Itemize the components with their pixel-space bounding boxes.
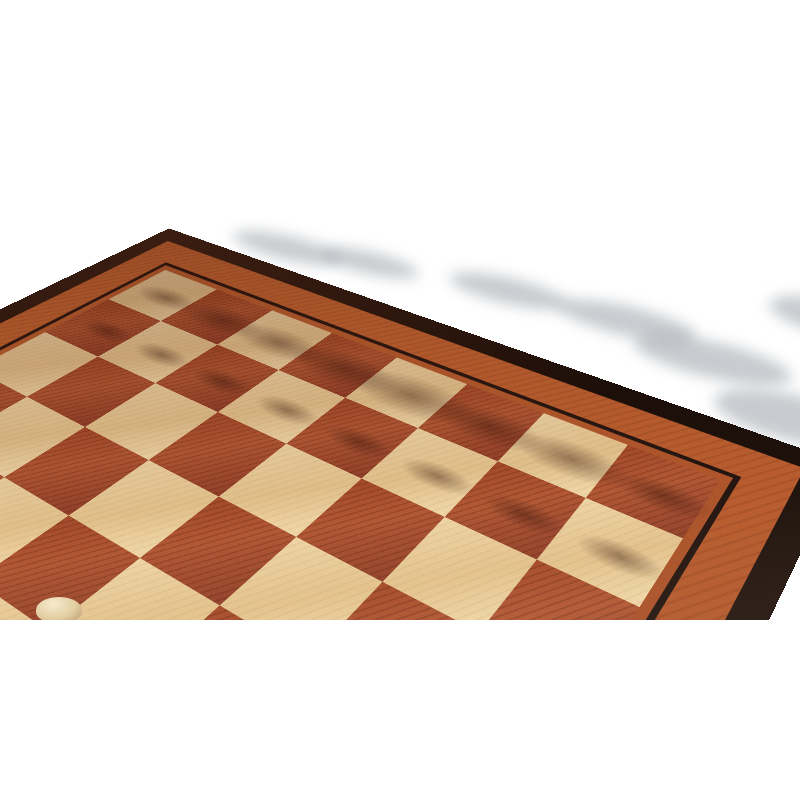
pawn-glyph: ♟ — [527, 380, 695, 568]
product-photo-scene: ♜♞♝♛♚♝♞♜♟♟♟♟♟♟♟♟ — [0, 0, 800, 800]
cast-shadow — [766, 287, 800, 347]
photo-crop-white-band — [0, 620, 800, 800]
